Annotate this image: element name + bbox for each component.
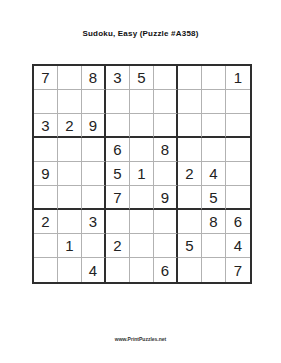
cell-r7c6 xyxy=(154,210,178,234)
cell-r9c7 xyxy=(178,258,202,282)
cell-r8c7: 5 xyxy=(178,234,202,258)
cell-r1c7 xyxy=(178,66,202,90)
cell-r5c3 xyxy=(82,162,106,186)
cell-r3c3: 9 xyxy=(82,114,106,138)
cell-r3c4 xyxy=(106,114,130,138)
cell-r9c9: 7 xyxy=(226,258,250,282)
cell-r7c7 xyxy=(178,210,202,234)
cell-r7c5 xyxy=(130,210,154,234)
cell-r4c4: 6 xyxy=(106,138,130,162)
cell-r1c3: 8 xyxy=(82,66,106,90)
cell-r3c9 xyxy=(226,114,250,138)
cell-r4c2 xyxy=(58,138,82,162)
cell-r1c5: 5 xyxy=(130,66,154,90)
cell-r5c2 xyxy=(58,162,82,186)
cell-r8c6 xyxy=(154,234,178,258)
cell-r2c2 xyxy=(58,90,82,114)
cell-r2c7 xyxy=(178,90,202,114)
cell-r3c2: 2 xyxy=(58,114,82,138)
cell-r5c4: 5 xyxy=(106,162,130,186)
cell-r4c5 xyxy=(130,138,154,162)
cell-r3c7 xyxy=(178,114,202,138)
cell-r1c8 xyxy=(202,66,226,90)
cell-r9c2 xyxy=(58,258,82,282)
cell-r4c8 xyxy=(202,138,226,162)
cell-r6c6: 9 xyxy=(154,186,178,210)
cell-r3c8 xyxy=(202,114,226,138)
cell-r2c4 xyxy=(106,90,130,114)
cell-r6c8: 5 xyxy=(202,186,226,210)
cell-r1c4: 3 xyxy=(106,66,130,90)
cell-r6c4: 7 xyxy=(106,186,130,210)
cell-r4c6: 8 xyxy=(154,138,178,162)
cell-r4c9 xyxy=(226,138,250,162)
cell-r3c6 xyxy=(154,114,178,138)
cell-r3c1: 3 xyxy=(34,114,58,138)
cell-r6c9 xyxy=(226,186,250,210)
cell-r2c6 xyxy=(154,90,178,114)
cell-r6c3 xyxy=(82,186,106,210)
cell-r6c7 xyxy=(178,186,202,210)
cell-r9c5 xyxy=(130,258,154,282)
cell-r7c2 xyxy=(58,210,82,234)
cell-r8c1 xyxy=(34,234,58,258)
puzzle-title: Sudoku, Easy (Puzzle #A358) xyxy=(0,29,281,38)
cell-r9c8 xyxy=(202,258,226,282)
cell-r3c5 xyxy=(130,114,154,138)
cell-r2c8 xyxy=(202,90,226,114)
cell-r9c3: 4 xyxy=(82,258,106,282)
cell-r6c5 xyxy=(130,186,154,210)
cell-r2c5 xyxy=(130,90,154,114)
cell-r1c1: 7 xyxy=(34,66,58,90)
cell-r8c5 xyxy=(130,234,154,258)
cell-r9c4 xyxy=(106,258,130,282)
cell-r5c7: 2 xyxy=(178,162,202,186)
cell-r8c9: 4 xyxy=(226,234,250,258)
cell-r1c6 xyxy=(154,66,178,90)
footer-credit: www.PrintPuzzles.net xyxy=(0,336,281,342)
cell-r7c3: 3 xyxy=(82,210,106,234)
cell-r2c3 xyxy=(82,90,106,114)
puzzle-page: Sudoku, Easy (Puzzle #A358) 783513296895… xyxy=(0,0,281,363)
sudoku-board: 78351329689512479523861254467 xyxy=(32,64,252,284)
cell-r9c6: 6 xyxy=(154,258,178,282)
cell-r5c6 xyxy=(154,162,178,186)
cell-r5c1: 9 xyxy=(34,162,58,186)
cell-r6c2 xyxy=(58,186,82,210)
cell-r4c7 xyxy=(178,138,202,162)
cell-r8c3 xyxy=(82,234,106,258)
cell-r8c8 xyxy=(202,234,226,258)
cell-r8c2: 1 xyxy=(58,234,82,258)
cell-r7c9: 6 xyxy=(226,210,250,234)
cell-r2c1 xyxy=(34,90,58,114)
cell-r5c9 xyxy=(226,162,250,186)
cell-r7c1: 2 xyxy=(34,210,58,234)
cell-r1c2 xyxy=(58,66,82,90)
cell-r8c4: 2 xyxy=(106,234,130,258)
cell-r7c4 xyxy=(106,210,130,234)
cell-r4c3 xyxy=(82,138,106,162)
cell-r4c1 xyxy=(34,138,58,162)
cell-r1c9: 1 xyxy=(226,66,250,90)
cell-r5c8: 4 xyxy=(202,162,226,186)
cell-r7c8: 8 xyxy=(202,210,226,234)
cell-r6c1 xyxy=(34,186,58,210)
cell-r2c9 xyxy=(226,90,250,114)
cell-r9c1 xyxy=(34,258,58,282)
cell-r5c5: 1 xyxy=(130,162,154,186)
